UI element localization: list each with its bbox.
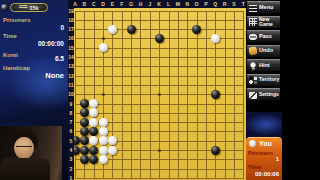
rank-badge: 15k bbox=[10, 3, 48, 12]
grid-line bbox=[178, 11, 179, 179]
stone-white-C9[interactable] bbox=[89, 99, 98, 108]
stone-black-B9[interactable] bbox=[80, 99, 89, 108]
opponent-identity: 15k bbox=[1, 2, 67, 13]
stone-black-C3[interactable] bbox=[89, 155, 98, 164]
handicap-label: Handicap bbox=[3, 65, 30, 71]
stone-black-K16[interactable] bbox=[155, 34, 164, 43]
player-time-label: Time bbox=[248, 164, 261, 170]
column-label: J bbox=[146, 1, 154, 7]
column-label: P bbox=[202, 1, 210, 7]
stone-black-O17[interactable] bbox=[192, 25, 201, 34]
stone-black-A5[interactable] bbox=[74, 136, 80, 145]
grid-line bbox=[197, 11, 198, 179]
player-prisoners-value: 1 bbox=[276, 156, 279, 162]
column-label: F bbox=[118, 1, 126, 7]
grid-line bbox=[75, 104, 244, 105]
grid-line bbox=[75, 113, 244, 114]
player-prisoners-label: Prisoners bbox=[248, 150, 273, 156]
player-time-value: 00:00:06 bbox=[255, 171, 279, 177]
goban[interactable] bbox=[74, 8, 248, 180]
star-point bbox=[158, 93, 161, 96]
column-label: B bbox=[80, 1, 88, 7]
grid-line bbox=[206, 11, 207, 179]
black-stone-icon bbox=[1, 4, 8, 11]
stone-black-B5[interactable] bbox=[80, 136, 89, 145]
button-label: Settings bbox=[259, 92, 279, 98]
time-label: Time bbox=[3, 33, 17, 39]
stone-black-B4[interactable] bbox=[80, 146, 89, 155]
stone-white-C7[interactable] bbox=[89, 118, 98, 127]
webcam-overlay bbox=[0, 126, 62, 180]
column-label: R bbox=[221, 1, 229, 7]
grid-line bbox=[225, 11, 226, 179]
stone-black-B8[interactable] bbox=[80, 108, 89, 117]
stone-black-G17[interactable] bbox=[127, 25, 136, 34]
pass-button[interactable]: Pass bbox=[246, 30, 281, 43]
player-info-panel: You Prisoners 1 Time 00:00:06 bbox=[246, 137, 282, 180]
column-label: H bbox=[136, 1, 144, 7]
undo-button[interactable]: Undo bbox=[246, 45, 281, 58]
column-label: C bbox=[90, 1, 98, 7]
handicap-value: None bbox=[45, 71, 64, 80]
stone-white-E17[interactable] bbox=[108, 25, 117, 34]
panel-decoration bbox=[246, 112, 282, 137]
column-label: M bbox=[174, 1, 182, 7]
column-label: G bbox=[127, 1, 135, 7]
button-label: New Game bbox=[259, 17, 273, 28]
button-label: Pass bbox=[259, 34, 272, 40]
grid-line bbox=[234, 11, 235, 179]
stone-black-C4[interactable] bbox=[89, 146, 98, 155]
stone-black-B7[interactable] bbox=[80, 118, 89, 127]
column-label: Q bbox=[211, 1, 219, 7]
board-area: ABCDEFGHJKLMNOPQRST 19181716151413121110… bbox=[68, 0, 248, 180]
hint-button[interactable]: Hint bbox=[246, 59, 281, 72]
button-label: Undo bbox=[259, 48, 273, 54]
new-game-button[interactable]: New Game bbox=[246, 16, 281, 29]
star-point bbox=[102, 93, 105, 96]
column-label: L bbox=[165, 1, 173, 7]
stone-white-Q16[interactable] bbox=[211, 34, 220, 43]
undo-hand-icon bbox=[248, 46, 257, 55]
settings-icon bbox=[249, 92, 257, 99]
stone-black-Q4[interactable] bbox=[211, 146, 220, 155]
grid-line bbox=[187, 11, 188, 179]
new-game-icon bbox=[249, 18, 257, 26]
white-stone-icon bbox=[249, 140, 256, 147]
app-window: 15k Prisoners 0 Time 00:00:00 Komi 6.5 H… bbox=[0, 0, 320, 180]
person-body bbox=[0, 158, 50, 180]
star-point bbox=[102, 37, 105, 40]
button-label: Hint bbox=[259, 63, 270, 69]
menu-button[interactable]: Menu bbox=[246, 1, 281, 14]
column-label: N bbox=[183, 1, 191, 7]
stone-white-D6[interactable] bbox=[99, 127, 108, 136]
prisoners-value: 0 bbox=[60, 24, 64, 31]
person-glasses bbox=[16, 146, 32, 150]
stone-black-C6[interactable] bbox=[89, 127, 98, 136]
column-label: O bbox=[193, 1, 201, 7]
grid-line bbox=[243, 11, 244, 179]
stone-white-E5[interactable] bbox=[108, 136, 117, 145]
grid-line bbox=[169, 11, 170, 179]
button-label: Menu bbox=[259, 5, 273, 11]
stone-white-C5[interactable] bbox=[89, 136, 98, 145]
grid-line bbox=[75, 178, 244, 179]
stone-black-Q10[interactable] bbox=[211, 90, 220, 99]
control-panel: MenuNew GamePassUndoHintTerritorySetting… bbox=[246, 0, 282, 180]
column-label: E bbox=[108, 1, 116, 7]
time-value: 00:00:00 bbox=[38, 40, 64, 47]
lightbulb-icon bbox=[249, 62, 257, 70]
komi-value: 6.5 bbox=[55, 55, 64, 62]
prisoners-label: Prisoners bbox=[3, 17, 31, 23]
settings-button[interactable]: Settings bbox=[246, 88, 281, 101]
stone-black-A4[interactable] bbox=[74, 146, 80, 155]
stone-white-D4[interactable] bbox=[99, 146, 108, 155]
column-label: A bbox=[71, 1, 79, 7]
button-label: Territory bbox=[259, 77, 279, 83]
rank-badge-text: 15k bbox=[29, 5, 38, 11]
column-label: K bbox=[155, 1, 163, 7]
territory-button[interactable]: Territory bbox=[246, 74, 281, 87]
stone-white-E4[interactable] bbox=[108, 146, 117, 155]
stone-white-D7[interactable] bbox=[99, 118, 108, 127]
star-point bbox=[158, 149, 161, 152]
stone-white-D5[interactable] bbox=[99, 136, 108, 145]
pass-icon bbox=[249, 34, 257, 40]
player-title: You bbox=[259, 140, 272, 147]
stone-white-D3[interactable] bbox=[99, 155, 108, 164]
territory-icon bbox=[249, 76, 257, 84]
stone-black-B3[interactable] bbox=[80, 155, 89, 164]
rank-badge-icon bbox=[19, 5, 27, 10]
menu-icon bbox=[249, 5, 257, 12]
column-label: S bbox=[230, 1, 238, 7]
stone-black-B6[interactable] bbox=[80, 127, 89, 136]
column-label: D bbox=[99, 1, 107, 7]
grid-line bbox=[75, 169, 244, 170]
stone-white-C8[interactable] bbox=[89, 108, 98, 117]
komi-label: Komi bbox=[3, 52, 18, 58]
stone-white-D15[interactable] bbox=[99, 43, 108, 52]
